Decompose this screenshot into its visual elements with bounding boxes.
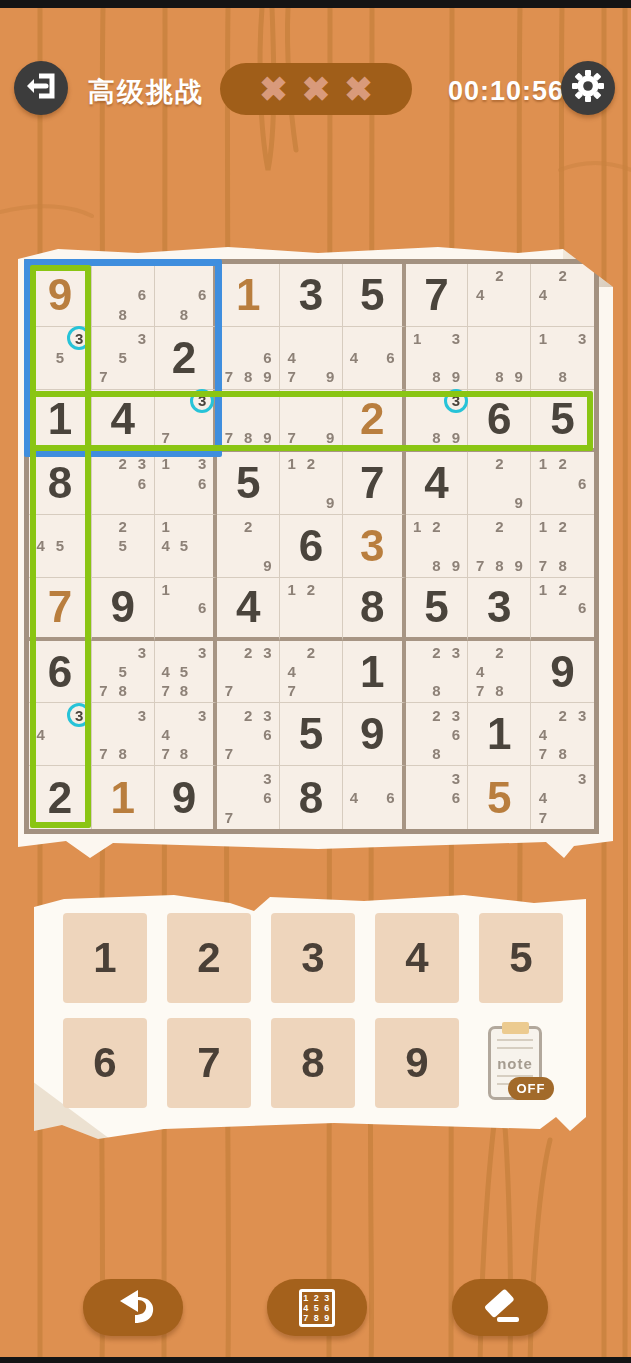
- numpad-9[interactable]: 9: [375, 1018, 459, 1108]
- note-digit: 9: [258, 556, 277, 575]
- note-digit: 2: [239, 705, 258, 724]
- cell-r6c4[interactable]: 4: [217, 578, 280, 641]
- given-digit: 6: [299, 524, 323, 568]
- note-digit: 7: [219, 428, 238, 446]
- pencil-notes: 347: [533, 768, 592, 827]
- cell-r4c7[interactable]: 4: [406, 452, 469, 515]
- note-digit: 7: [282, 428, 301, 446]
- cell-r2c6[interactable]: 46: [343, 327, 406, 390]
- given-digit: 3: [487, 585, 511, 629]
- numbers-grid-icon: 1 2 3 4 5 6 7 8 9: [299, 1289, 335, 1327]
- pencil-notes: 3478: [157, 705, 212, 763]
- given-digit: 4: [424, 461, 448, 505]
- cell-r6c6[interactable]: 8: [343, 578, 406, 641]
- pencil-notes: 25: [94, 517, 152, 575]
- note-digit: 4: [157, 725, 175, 744]
- cell-r8c5[interactable]: 5: [280, 703, 343, 766]
- cell-r4c1[interactable]: 8: [29, 452, 92, 515]
- cell-r4c2[interactable]: 236: [92, 452, 155, 515]
- note-digit: 7: [219, 681, 238, 700]
- note-digit: 3: [572, 705, 592, 724]
- note-digit: 6: [193, 598, 211, 616]
- note-digit: 3: [572, 768, 592, 788]
- note-digit: 5: [50, 348, 69, 367]
- cell-r3c8[interactable]: 6: [468, 390, 531, 453]
- note-digit: 1: [533, 329, 553, 348]
- note-digit: 3: [258, 768, 277, 788]
- note-digit: 7: [219, 807, 238, 827]
- note-digit: 4: [31, 725, 50, 744]
- numpad-2[interactable]: 2: [167, 913, 251, 1003]
- cell-r2c2[interactable]: 357: [92, 327, 155, 390]
- note-digit: 2: [301, 580, 320, 598]
- cell-r2c8[interactable]: 89: [468, 327, 531, 390]
- pencil-notes: 12: [282, 580, 340, 635]
- pencil-notes: 479: [282, 329, 340, 387]
- cell-r8c7[interactable]: 2368: [406, 703, 469, 766]
- pencil-notes: 237: [219, 643, 277, 701]
- note-digit: 1: [408, 517, 427, 536]
- note-label: note: [491, 1055, 539, 1072]
- cell-r2c5[interactable]: 479: [280, 327, 343, 390]
- note-digit: 7: [219, 367, 238, 386]
- cell-r8c9[interactable]: 23478: [531, 703, 594, 766]
- cell-r7c6[interactable]: 1: [343, 641, 406, 704]
- cell-r3c9[interactable]: 5: [531, 390, 594, 453]
- cell-r2c9[interactable]: 138: [531, 327, 594, 390]
- note-digit: 9: [509, 493, 528, 512]
- given-digit: 5: [550, 397, 574, 441]
- cell-r9c7[interactable]: 36: [406, 766, 469, 829]
- given-digit: 7: [360, 461, 384, 505]
- note-digit: 8: [175, 305, 193, 324]
- cell-r1c3[interactable]: 68: [155, 264, 218, 327]
- pencil-notes: 145: [157, 517, 212, 575]
- note-digit: 3: [193, 454, 211, 473]
- note-digit: 7: [157, 428, 175, 446]
- note-digit: 1: [157, 517, 175, 536]
- note-digit: 2: [490, 643, 509, 662]
- cell-r3c5[interactable]: 79: [280, 390, 343, 453]
- cell-r9c1[interactable]: 2: [29, 766, 92, 829]
- note-digit: 2: [239, 517, 258, 536]
- note-digit: 8: [553, 556, 573, 575]
- cell-r6c5[interactable]: 12: [280, 578, 343, 641]
- pencil-notes: 3578: [94, 643, 152, 701]
- cell-r1c6[interactable]: 5: [343, 264, 406, 327]
- note-digit: 8: [113, 681, 132, 700]
- note-digit: 6: [572, 474, 592, 493]
- cell-r3c3[interactable]: 37: [155, 390, 218, 453]
- note-digit: 2: [490, 454, 509, 473]
- cell-r3c2[interactable]: 4: [92, 390, 155, 453]
- cell-r1c4[interactable]: 1: [217, 264, 280, 327]
- pencil-notes: 35: [31, 329, 89, 387]
- note-digit: 3: [446, 643, 465, 662]
- cell-r5c4[interactable]: 29: [217, 515, 280, 578]
- numpad-8[interactable]: 8: [271, 1018, 355, 1108]
- cell-r6c3[interactable]: 16: [155, 578, 218, 641]
- cell-r9c5[interactable]: 8: [280, 766, 343, 829]
- given-digit: 2: [48, 776, 72, 820]
- note-digit: 4: [470, 662, 489, 681]
- given-digit: 1: [48, 397, 72, 441]
- note-digit: 3: [193, 705, 211, 724]
- pencil-notes: 126: [533, 454, 592, 512]
- cell-r4c9[interactable]: 126: [531, 452, 594, 515]
- cell-r9c8[interactable]: 5: [468, 766, 531, 829]
- pencil-notes: 89: [470, 329, 528, 387]
- cell-r8c1[interactable]: 34: [29, 703, 92, 766]
- given-digit: 5: [299, 712, 323, 756]
- cell-r1c5[interactable]: 3: [280, 264, 343, 327]
- cell-r6c8[interactable]: 3: [468, 578, 531, 641]
- cell-r1c9[interactable]: 24: [531, 264, 594, 327]
- cell-r7c4[interactable]: 237: [217, 641, 280, 704]
- cell-r3c7[interactable]: 389: [406, 390, 469, 453]
- pencil-notes: 23478: [533, 705, 592, 763]
- cell-r7c1[interactable]: 6: [29, 641, 92, 704]
- pencil-notes: 126: [533, 580, 592, 635]
- cell-r7c2[interactable]: 3578: [92, 641, 155, 704]
- note-digit: 6: [381, 348, 399, 367]
- cell-r9c6[interactable]: 46: [343, 766, 406, 829]
- game-timer: 00:10:56: [448, 76, 564, 107]
- cell-r5c5[interactable]: 6: [280, 515, 343, 578]
- note-clip-icon: [502, 1022, 529, 1034]
- cell-r9c3[interactable]: 9: [155, 766, 218, 829]
- note-digit: 5: [175, 662, 193, 681]
- note-digit: 5: [175, 536, 193, 555]
- note-digit: 4: [470, 285, 489, 304]
- note-digit: 7: [533, 807, 553, 827]
- cell-r1c2[interactable]: 68: [92, 264, 155, 327]
- user-digit: 9: [48, 273, 72, 317]
- note-digit: 1: [157, 580, 175, 598]
- note-digit: 4: [533, 788, 553, 808]
- note-digit: 2: [427, 643, 446, 662]
- note-digit: 3: [132, 454, 151, 473]
- note-digit: 4: [345, 788, 363, 808]
- cell-r1c7[interactable]: 7: [406, 264, 469, 327]
- cell-r1c8[interactable]: 24: [468, 264, 531, 327]
- note-digit: 4: [282, 662, 301, 681]
- cell-r7c9[interactable]: 9: [531, 641, 594, 704]
- note-digit: 7: [470, 681, 489, 700]
- note-digit: 2: [490, 266, 509, 285]
- note-line: [497, 1039, 533, 1041]
- note-digit: 9: [446, 556, 465, 575]
- cell-r5c1[interactable]: 45: [29, 515, 92, 578]
- pencil-notes: 29: [470, 454, 528, 512]
- exit-door-icon: [24, 69, 58, 107]
- pencil-notes: 68: [94, 266, 152, 324]
- pencil-notes: 367: [219, 768, 277, 827]
- note-digit: 7: [157, 744, 175, 763]
- note-digit: 7: [282, 681, 301, 700]
- note-digit: 9: [509, 367, 528, 386]
- numpad-3[interactable]: 3: [271, 913, 355, 1003]
- circled-note-digit: 3: [67, 326, 91, 350]
- cell-r7c3[interactable]: 34578: [155, 641, 218, 704]
- note-state-badge[interactable]: OFF: [508, 1077, 554, 1100]
- note-digit: 8: [175, 681, 193, 700]
- note-digit: 3: [572, 329, 592, 348]
- note-digit: 4: [31, 536, 50, 555]
- given-digit: 6: [48, 650, 72, 694]
- note-digit: 2: [553, 454, 573, 473]
- given-digit: 8: [299, 776, 323, 820]
- note-digit: 6: [258, 348, 277, 367]
- note-digit: 3: [132, 329, 151, 348]
- cell-r6c1[interactable]: 7: [29, 578, 92, 641]
- pencil-notes: 29: [219, 517, 277, 575]
- note-digit: 8: [113, 744, 132, 763]
- note-digit: 1: [533, 580, 553, 598]
- pencil-notes: 1289: [408, 517, 466, 575]
- user-digit: 7: [48, 585, 72, 629]
- cell-r6c7[interactable]: 5: [406, 578, 469, 641]
- cell-r4c4[interactable]: 5: [217, 452, 280, 515]
- note-digit: 1: [533, 517, 553, 536]
- note-digit: 2: [427, 705, 446, 724]
- note-digit: 2: [553, 580, 573, 598]
- cell-r2c3[interactable]: 2: [155, 327, 218, 390]
- given-digit: 4: [236, 585, 260, 629]
- cell-r3c1[interactable]: 1: [29, 390, 92, 453]
- pencil-notes: 236: [94, 454, 152, 512]
- note-digit: 3: [446, 329, 465, 348]
- settings-button[interactable]: [561, 61, 615, 115]
- gear-icon: [570, 68, 606, 108]
- exit-button[interactable]: [14, 61, 68, 115]
- cell-r2c1[interactable]: 35: [29, 327, 92, 390]
- note-digit: 3: [132, 643, 151, 662]
- note-digit: 6: [258, 788, 277, 808]
- given-digit: 9: [550, 650, 574, 694]
- pencil-notes: 34578: [157, 643, 212, 701]
- cell-r2c7[interactable]: 1389: [406, 327, 469, 390]
- status-bar: [0, 0, 631, 8]
- cell-r8c3[interactable]: 3478: [155, 703, 218, 766]
- pencil-notes: 378: [94, 705, 152, 763]
- cell-r1c1[interactable]: 9: [29, 264, 92, 327]
- note-digit: 3: [258, 643, 277, 662]
- pencil-notes: 46: [345, 329, 400, 387]
- cell-r7c7[interactable]: 238: [406, 641, 469, 704]
- note-digit: 1: [157, 454, 175, 473]
- mistake-counter: ✖✖✖: [220, 63, 412, 115]
- pencil-notes: 79: [282, 392, 340, 447]
- cell-r5c3[interactable]: 145: [155, 515, 218, 578]
- cell-r4c8[interactable]: 29: [468, 452, 531, 515]
- pencil-notes: 45: [31, 517, 89, 575]
- pencil-notes: 138: [533, 329, 592, 387]
- note-digit: 2: [113, 454, 132, 473]
- pencil-notes: 238: [408, 643, 466, 701]
- given-digit: 9: [360, 712, 384, 756]
- note-digit: 6: [381, 788, 399, 808]
- pencil-notes: 68: [157, 266, 212, 324]
- given-digit: 5: [360, 273, 384, 317]
- given-digit: 4: [110, 397, 134, 441]
- note-digit: 2: [553, 266, 573, 285]
- note-digit: 1: [282, 454, 301, 473]
- pencil-notes: 37: [157, 392, 212, 447]
- page-title: 高级挑战: [88, 74, 204, 110]
- note-digit: 9: [446, 428, 465, 446]
- given-digit: 5: [424, 585, 448, 629]
- note-digit: 7: [219, 744, 238, 763]
- given-digit: 8: [360, 585, 384, 629]
- cell-r9c4[interactable]: 367: [217, 766, 280, 829]
- cell-r7c5[interactable]: 247: [280, 641, 343, 704]
- pencil-notes: 24: [533, 266, 592, 324]
- cell-r5c6[interactable]: 3: [343, 515, 406, 578]
- note-digit: 2: [553, 517, 573, 536]
- note-digit: 2: [301, 643, 320, 662]
- note-digit: 4: [157, 662, 175, 681]
- fill-numbers-button[interactable]: 1 2 3 4 5 6 7 8 9: [267, 1279, 367, 1336]
- bottom-black-bar: [0, 1357, 631, 1363]
- note-digit: 8: [490, 367, 509, 386]
- mistake-x-icon: ✖: [344, 72, 373, 106]
- note-digit: 8: [113, 305, 132, 324]
- user-digit: 1: [110, 776, 134, 820]
- pencil-notes: 16: [157, 580, 212, 635]
- user-digit: 1: [236, 273, 260, 317]
- cell-r6c9[interactable]: 126: [531, 578, 594, 641]
- note-digit: 8: [427, 681, 446, 700]
- note-digit: 4: [345, 348, 363, 367]
- cell-r8c2[interactable]: 378: [92, 703, 155, 766]
- note-digit: 7: [94, 744, 113, 763]
- cell-r4c5[interactable]: 129: [280, 452, 343, 515]
- note-digit: 8: [427, 367, 446, 386]
- pencil-notes: 34: [31, 705, 89, 763]
- note-digit: 9: [321, 493, 340, 512]
- note-digit: 2: [301, 454, 320, 473]
- note-digit: 6: [572, 598, 592, 616]
- note-digit: 5: [113, 536, 132, 555]
- undo-button[interactable]: [83, 1279, 183, 1336]
- note-digit: 1: [282, 580, 301, 598]
- numpad-7[interactable]: 7: [167, 1018, 251, 1108]
- cell-r5c2[interactable]: 25: [92, 515, 155, 578]
- given-digit: 6: [487, 397, 511, 441]
- numpad-1[interactable]: 1: [63, 913, 147, 1003]
- note-digit: 4: [533, 285, 553, 304]
- note-digit: 2: [239, 643, 258, 662]
- note-digit: 3: [193, 643, 211, 662]
- note-digit: 9: [258, 428, 277, 446]
- given-digit: 7: [424, 273, 448, 317]
- pencil-notes: 36: [408, 768, 466, 827]
- numpad-paper: 123456789 note OFF: [34, 893, 586, 1139]
- cell-r9c9[interactable]: 347: [531, 766, 594, 829]
- note-digit: 8: [490, 681, 509, 700]
- note-digit: 7: [157, 681, 175, 700]
- cell-r3c4[interactable]: 789: [217, 390, 280, 453]
- pencil-notes: 6789: [219, 329, 277, 387]
- note-digit: 6: [258, 725, 277, 744]
- note-digit: 8: [553, 367, 573, 386]
- mistake-x-icon: ✖: [302, 72, 331, 106]
- note-digit: 4: [533, 725, 553, 744]
- note-digit: 2: [490, 517, 509, 536]
- note-digit: 6: [132, 285, 151, 304]
- pencil-notes: 2367: [219, 705, 277, 763]
- note-digit: 8: [175, 744, 193, 763]
- pencil-notes: 136: [157, 454, 212, 512]
- sudoku-grid: 9686813572424353572678947946138989138143…: [24, 259, 599, 834]
- note-digit: 9: [509, 556, 528, 575]
- cell-r5c9[interactable]: 1278: [531, 515, 594, 578]
- note-digit: 7: [533, 744, 553, 763]
- cell-r2c4[interactable]: 6789: [217, 327, 280, 390]
- note-digit: 2: [113, 517, 132, 536]
- cell-r7c8[interactable]: 2478: [468, 641, 531, 704]
- note-digit: 1: [408, 329, 427, 348]
- eraser-icon: [477, 1286, 523, 1330]
- user-digit: 2: [360, 397, 384, 441]
- note-digit: 9: [258, 367, 277, 386]
- cell-r9c2[interactable]: 1: [92, 766, 155, 829]
- pencil-notes: 357: [94, 329, 152, 387]
- numpad-4[interactable]: 4: [375, 913, 459, 1003]
- note-digit: 6: [193, 474, 211, 493]
- cell-r5c8[interactable]: 2789: [468, 515, 531, 578]
- eraser-button[interactable]: [452, 1279, 548, 1336]
- note-digit: 1: [533, 454, 553, 473]
- given-digit: 1: [487, 712, 511, 756]
- cell-r4c3[interactable]: 136: [155, 452, 218, 515]
- note-line: [497, 1047, 533, 1049]
- cell-r6c2[interactable]: 9: [92, 578, 155, 641]
- pencil-notes: 389: [408, 392, 466, 447]
- cell-r5c7[interactable]: 1289: [406, 515, 469, 578]
- user-digit: 5: [487, 776, 511, 820]
- pencil-notes: 46: [345, 768, 400, 827]
- note-digit: 8: [239, 428, 258, 446]
- pencil-notes: 1278: [533, 517, 592, 575]
- note-digit: 6: [446, 788, 465, 808]
- note-digit: 4: [282, 348, 301, 367]
- note-digit: 8: [239, 367, 258, 386]
- mistake-icons: ✖✖✖: [259, 72, 373, 106]
- cell-r8c4[interactable]: 2367: [217, 703, 280, 766]
- numpad-5[interactable]: 5: [479, 913, 563, 1003]
- note-digit: 7: [282, 367, 301, 386]
- note-digit: 8: [427, 428, 446, 446]
- board-paper: 9686813572424353572678947946138989138143…: [18, 243, 613, 858]
- note-digit: 3: [132, 705, 151, 724]
- numpad-6[interactable]: 6: [63, 1018, 147, 1108]
- cell-r3c6[interactable]: 2: [343, 390, 406, 453]
- note-digit: 3: [258, 705, 277, 724]
- pencil-notes: 24: [470, 266, 528, 324]
- note-digit: 2: [427, 517, 446, 536]
- cell-r8c6[interactable]: 9: [343, 703, 406, 766]
- note-digit: 8: [490, 556, 509, 575]
- undo-icon: [110, 1286, 156, 1330]
- note-digit: 4: [157, 536, 175, 555]
- note-digit: 2: [553, 705, 573, 724]
- cell-r8c8[interactable]: 1: [468, 703, 531, 766]
- cell-r4c6[interactable]: 7: [343, 452, 406, 515]
- given-digit: 5: [236, 461, 260, 505]
- note-digit: 9: [446, 367, 465, 386]
